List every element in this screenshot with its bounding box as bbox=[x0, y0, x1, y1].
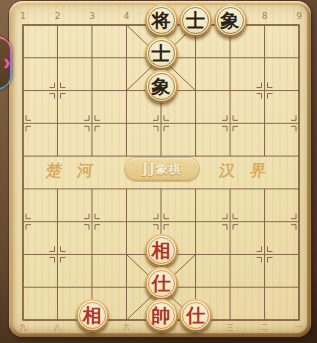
piece-red-帥[interactable]: 帥 bbox=[145, 299, 178, 332]
piece-face: 象 bbox=[147, 72, 176, 101]
piece-face: 将 bbox=[147, 6, 176, 35]
board-intersection: 仕 bbox=[178, 303, 213, 336]
piece-face: 士 bbox=[181, 6, 210, 35]
piece-face: 相 bbox=[147, 236, 176, 265]
piece-glyph: 相 bbox=[83, 306, 102, 325]
piece-red-相[interactable]: 相 bbox=[76, 299, 109, 332]
piece-glyph: 象 bbox=[221, 11, 240, 30]
chevron-right-icon: ❯ bbox=[0, 58, 11, 68]
board-intersection: 相 bbox=[75, 303, 110, 336]
board-intersection: 象 bbox=[144, 74, 179, 107]
board-intersection: 士 bbox=[178, 9, 213, 42]
piece-face: 帥 bbox=[147, 301, 176, 330]
piece-face: 相 bbox=[78, 301, 107, 330]
piece-black-士[interactable]: 士 bbox=[179, 4, 212, 37]
piece-red-仕[interactable]: 仕 bbox=[145, 267, 178, 300]
piece-black-象[interactable]: 象 bbox=[145, 70, 178, 103]
piece-black-将[interactable]: 将 bbox=[145, 4, 178, 37]
piece-glyph: 士 bbox=[186, 11, 205, 30]
piece-glyph: 帥 bbox=[152, 306, 171, 325]
piece-red-相[interactable]: 相 bbox=[145, 234, 178, 267]
board-intersection: 象 bbox=[213, 9, 248, 42]
side-drawer-handle-body: ❯ bbox=[0, 38, 10, 88]
piece-face: 仕 bbox=[181, 301, 210, 330]
piece-face: 士 bbox=[147, 39, 176, 68]
piece-layer: 将士象士象相仕相帥仕 bbox=[6, 9, 317, 337]
piece-face: 仕 bbox=[147, 269, 176, 298]
app-background: { "game": "xiangqi", "app_brand": "JJ象棋"… bbox=[0, 0, 317, 343]
piece-face: 象 bbox=[216, 6, 245, 35]
piece-glyph: 象 bbox=[152, 77, 171, 96]
piece-red-仕[interactable]: 仕 bbox=[179, 299, 212, 332]
board-intersection: 帥 bbox=[144, 303, 179, 336]
piece-black-士[interactable]: 士 bbox=[145, 37, 178, 70]
piece-black-象[interactable]: 象 bbox=[214, 4, 247, 37]
piece-glyph: 仕 bbox=[152, 274, 171, 293]
piece-glyph: 仕 bbox=[186, 306, 205, 325]
piece-glyph: 将 bbox=[152, 11, 171, 30]
piece-glyph: 士 bbox=[152, 44, 171, 63]
piece-glyph: 相 bbox=[152, 241, 171, 260]
